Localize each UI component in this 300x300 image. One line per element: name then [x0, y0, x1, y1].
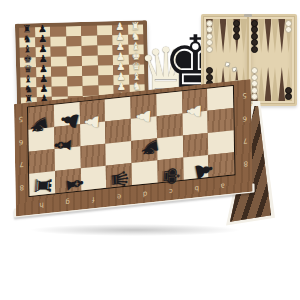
- setup-square: [81, 36, 97, 46]
- setup-square: ♟: [112, 35, 128, 45]
- backgammon-point: [272, 67, 279, 101]
- backgammon-point: [227, 19, 234, 53]
- setup-square: [51, 76, 67, 86]
- setup-square: ♟: [36, 67, 52, 77]
- setup-square: [81, 26, 97, 36]
- rank-label: 6: [14, 129, 27, 153]
- setup-square: ♟: [35, 27, 51, 37]
- rank-label: 5: [14, 107, 27, 131]
- board-shadow: [30, 224, 240, 236]
- setup-square: [51, 46, 67, 56]
- setup-square: ♟: [113, 55, 129, 65]
- lying-white-piece: ♟: [83, 114, 102, 131]
- setup-square: ♟: [36, 87, 52, 97]
- setup-square: [66, 56, 82, 66]
- setup-square: [67, 86, 83, 96]
- white-checker: [251, 93, 258, 100]
- lying-black-piece: ♞: [27, 113, 52, 138]
- white-checker: [251, 87, 258, 94]
- setup-square: [52, 86, 68, 96]
- setup-square: [82, 56, 98, 66]
- black-checker: [285, 87, 292, 94]
- setup-chessboard-squares: ♜♟♟♜♞♟♟♞♝♟♟♝♚♟♟♚♛♟♟♛♝♟♟♝♞♟♟♞♜♟♟♜: [19, 24, 145, 99]
- setup-square: ♟: [113, 65, 129, 75]
- setup-square: [96, 25, 112, 35]
- lying-black-piece: ♝: [52, 135, 75, 155]
- setup-square: ♟: [112, 25, 128, 35]
- backgammon-point: [213, 19, 220, 53]
- setup-square: [97, 35, 113, 45]
- backgammon-point: [278, 19, 285, 53]
- file-label: c: [158, 182, 184, 200]
- setup-square: [66, 26, 82, 36]
- rank-label: 5: [238, 83, 251, 107]
- setup-square: ♚: [20, 57, 36, 67]
- setup-square: ♟: [113, 45, 129, 55]
- white-checker: [206, 46, 213, 53]
- setup-square: [67, 66, 83, 76]
- file-label: e: [106, 187, 132, 205]
- setup-square: ♟: [35, 37, 51, 47]
- backgammon-point: [265, 19, 272, 53]
- setup-square: [50, 26, 66, 36]
- backgammon-point: [265, 67, 272, 101]
- setup-square: ♟: [35, 57, 51, 67]
- rank-label: 8: [239, 151, 252, 175]
- setup-square: [97, 55, 113, 65]
- setup-square: [82, 46, 98, 56]
- backgammon-point: [278, 67, 285, 101]
- rank-label: 8: [15, 174, 28, 198]
- setup-square: [50, 36, 66, 46]
- setup-square: [98, 65, 114, 75]
- setup-square: ♞: [21, 87, 37, 97]
- black-piece: ♟: [38, 24, 47, 34]
- black-checker: [251, 46, 258, 53]
- rank-label: 6: [238, 106, 251, 130]
- setup-square: [82, 76, 98, 86]
- file-label: g: [54, 193, 80, 211]
- lying-black-piece: ♟: [57, 109, 83, 132]
- setup-square: [82, 66, 98, 76]
- black-piece: ♜: [22, 24, 31, 34]
- setup-square: [66, 36, 82, 46]
- setup-square: ♟: [113, 75, 129, 85]
- setup-square: ♛: [20, 67, 36, 77]
- backgammon-point: [272, 19, 279, 53]
- white-piece: ♜: [131, 21, 140, 31]
- rank-label: 7: [15, 152, 28, 176]
- black-checker: [206, 74, 213, 81]
- setup-square: [67, 76, 83, 86]
- rank-labels-right: 5678: [238, 83, 253, 175]
- setup-square: [51, 66, 67, 76]
- setup-square: ♟: [36, 77, 52, 87]
- setup-square: ♞: [19, 37, 35, 47]
- file-label: f: [80, 190, 106, 208]
- setup-square: ♝: [20, 47, 36, 57]
- setup-square: [66, 46, 82, 56]
- folded-front-half: 5678 5678 hgfedcba ♞♟♟♟♟♝♞♜♝♛♚♟: [14, 79, 253, 216]
- file-label: d: [132, 184, 158, 202]
- rank-label: 7: [239, 128, 252, 152]
- white-piece: ♟: [115, 22, 124, 32]
- lying-white-piece: ♟: [134, 108, 153, 125]
- setup-square: [98, 75, 114, 85]
- white-checker: [251, 74, 258, 81]
- lying-black-piece: ♜: [31, 175, 54, 195]
- backgammon-point: [258, 19, 265, 53]
- backgammon-point: [258, 67, 265, 101]
- setup-square: ♝: [20, 77, 36, 87]
- setup-square: ♜: [19, 27, 35, 37]
- setup-square: [97, 45, 113, 55]
- lying-black-piece: ♞: [138, 135, 163, 160]
- product-photo-stage: ♜♟♟♜♞♟♟♞♝♟♟♝♚♟♟♚♛♟♟♛♝♟♟♝♞♟♟♞♜♟♟♜ ♛♚ 5678…: [0, 0, 300, 300]
- file-label: a: [210, 176, 236, 194]
- setup-square: [51, 56, 67, 66]
- file-label: b: [184, 179, 210, 197]
- lying-white-piece: ♟: [185, 103, 204, 120]
- setup-square: ♟: [35, 47, 51, 57]
- file-label: h: [29, 195, 55, 213]
- backgammon-point: [220, 19, 227, 53]
- hinge-icon: [244, 14, 252, 17]
